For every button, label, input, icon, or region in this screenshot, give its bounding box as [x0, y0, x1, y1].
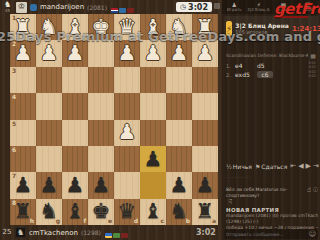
- top-player-rating: (2081): [87, 4, 107, 11]
- chat-input[interactable]: [226, 232, 309, 237]
- square-e3[interactable]: [88, 67, 114, 93]
- black-pawn: ♟: [140, 146, 166, 172]
- bottom-player-bar: 25 ♞ cmTkachenon (1298): [0, 225, 222, 240]
- square-e2[interactable]: [88, 40, 114, 66]
- square-e4[interactable]: [88, 93, 114, 119]
- bottom-player-score: 25: [2, 229, 12, 236]
- black-pawn: ♟: [88, 172, 114, 198]
- top-player-piece-icon: ♞ 45: [2, 1, 13, 13]
- flag-blue-icon: [119, 8, 126, 13]
- square-c4[interactable]: [140, 93, 166, 119]
- square-b3[interactable]: [166, 67, 192, 93]
- square-a6[interactable]: [192, 146, 218, 172]
- black-knight: ♞: [166, 199, 192, 225]
- move-black-2-current[interactable]: c6: [257, 71, 273, 78]
- square-e8[interactable]: e♚: [88, 199, 114, 225]
- black-rook: ♜: [10, 199, 36, 225]
- sportsmanship-question: Вёл ли себя Maratorus по-спортивному?: [226, 187, 305, 199]
- white-pawn: ♟: [166, 40, 192, 66]
- black-king: ♚: [88, 199, 114, 225]
- square-b7[interactable]: ♟: [166, 172, 192, 198]
- square-f2[interactable]: ♟: [62, 40, 88, 66]
- sportsmanship-row: Вёл ли себя Maratorus по-спортивному? ☝ …: [226, 187, 318, 199]
- square-c6[interactable]: ♟: [140, 146, 166, 172]
- square-d4[interactable]: [114, 93, 140, 119]
- nav-last-icon[interactable]: ⇥: [313, 163, 319, 170]
- bottom-player-avatar[interactable]: ♞: [15, 227, 26, 238]
- white-pawn: ♟: [62, 40, 88, 66]
- explorer-board-icon[interactable]: ▦: [310, 52, 316, 59]
- black-bishop: ♝: [62, 199, 88, 225]
- white-pawn: ♟: [114, 40, 140, 66]
- square-g5[interactable]: [36, 120, 62, 146]
- black-pawn: ♟: [192, 172, 218, 198]
- watermark-logo: getFre: [274, 0, 320, 18]
- square-h5[interactable]: 5: [10, 120, 36, 146]
- square-b2[interactable]: ♟: [166, 40, 192, 66]
- top-player-avatar[interactable]: ♔: [16, 2, 27, 13]
- black-knight: ♞: [36, 199, 62, 225]
- square-h3[interactable]: 3: [10, 67, 36, 93]
- top-player-badge-icon: [30, 4, 37, 11]
- bottom-player-rating: (1298): [81, 229, 101, 236]
- board-corner-icon[interactable]: [214, 3, 220, 9]
- square-c7[interactable]: [140, 172, 166, 198]
- move-white-2[interactable]: exd5: [235, 71, 253, 78]
- move-row-1[interactable]: 1. e4 d5 3:01 3:01: [226, 61, 316, 70]
- square-f3[interactable]: [62, 67, 88, 93]
- square-d8[interactable]: d♛: [114, 199, 140, 225]
- square-g8[interactable]: g♞: [36, 199, 62, 225]
- square-a8[interactable]: a♜: [192, 199, 218, 225]
- flag-ua-icon: [105, 233, 112, 238]
- square-d2[interactable]: ♟: [114, 40, 140, 66]
- tab-play[interactable]: ♟ Играть: [222, 0, 247, 14]
- square-b5[interactable]: [166, 120, 192, 146]
- square-d6[interactable]: [114, 146, 140, 172]
- square-h6[interactable]: 6: [10, 146, 36, 172]
- thumb-down-icon[interactable]: ☟: [228, 199, 232, 206]
- flag-nl-icon: [111, 8, 118, 13]
- flag-green-icon: [113, 233, 120, 238]
- top-player-clock: ◷ 3:02: [176, 2, 212, 12]
- square-g4[interactable]: [36, 93, 62, 119]
- black-rook: ♜: [192, 199, 218, 225]
- tab-blitz-arena[interactable]: ⚡ 3|2 Блиц А…: [247, 0, 272, 14]
- bottom-player-clock: 3:02: [196, 228, 216, 237]
- move-row-2[interactable]: 2. exd5 c6 3:02 3:02: [226, 70, 316, 79]
- square-f7[interactable]: ♟: [62, 172, 88, 198]
- square-f4[interactable]: [62, 93, 88, 119]
- move-dots: ··········: [226, 174, 252, 180]
- square-a5[interactable]: [192, 120, 218, 146]
- black-queen: ♛: [114, 199, 140, 225]
- bottom-player-name[interactable]: cmTkachenon: [29, 229, 78, 237]
- square-h8[interactable]: 8h♜: [10, 199, 36, 225]
- opening-row: Scandinavian Defense: Blackburne-Klooste…: [226, 52, 316, 59]
- rank-label-3: 3: [12, 68, 16, 74]
- rank-label-5: 5: [12, 121, 16, 127]
- square-e6[interactable]: [88, 146, 114, 172]
- square-d7[interactable]: [114, 172, 140, 198]
- opening-name: Scandinavian Defense: Blackburne-Klooste…: [226, 53, 308, 58]
- top-player-bar: ♞ 45 ♔ mandarijoen (2081) ◷ 3:02: [0, 0, 222, 14]
- square-a2[interactable]: ♟: [192, 40, 218, 66]
- black-bishop: ♝: [140, 199, 166, 225]
- resign-button[interactable]: ⚑Сдаться: [255, 163, 287, 170]
- square-e5[interactable]: [88, 120, 114, 146]
- thumb-up-icon[interactable]: ☝: [307, 187, 311, 194]
- draw-button[interactable]: ½Ничья: [226, 163, 252, 170]
- square-e7[interactable]: ♟: [88, 172, 114, 198]
- page: ♞ 45 ♔ mandarijoen (2081) ◷ 3:02 1♜♞♝♚♛♝…: [0, 0, 320, 240]
- top-player-score: 45: [5, 9, 10, 13]
- flag-red-icon: [127, 8, 134, 13]
- square-f8[interactable]: f♝: [62, 199, 88, 225]
- white-pawn: ♟: [140, 40, 166, 66]
- square-a7[interactable]: ♟: [192, 172, 218, 198]
- square-a4[interactable]: [192, 93, 218, 119]
- square-d3[interactable]: [114, 67, 140, 93]
- black-pawn: ♟: [62, 172, 88, 198]
- clock-icon: ◷: [180, 3, 186, 11]
- white-pawn: ♟: [10, 40, 36, 66]
- move-black-1[interactable]: d5: [257, 62, 275, 69]
- square-f6[interactable]: [62, 146, 88, 172]
- white-pawn: ♟: [36, 40, 62, 66]
- square-h2[interactable]: 2♟: [10, 40, 36, 66]
- half-point-icon: ½: [226, 163, 232, 170]
- square-b4[interactable]: [166, 93, 192, 119]
- square-g2[interactable]: ♟: [36, 40, 62, 66]
- flag-red-icon: [121, 233, 128, 238]
- square-c5[interactable]: [140, 120, 166, 146]
- square-h7[interactable]: 7♟: [10, 172, 36, 198]
- square-g7[interactable]: ♟: [36, 172, 62, 198]
- top-player-name[interactable]: mandarijoen: [40, 3, 84, 11]
- smiley-icon[interactable]: ☺: [309, 231, 316, 238]
- square-b8[interactable]: b♞: [166, 199, 192, 225]
- square-a3[interactable]: [192, 67, 218, 93]
- white-pawn: ♟: [114, 120, 140, 146]
- black-pawn: ♟: [166, 172, 192, 198]
- move-white-1[interactable]: e4: [235, 62, 253, 69]
- nav-next-icon[interactable]: ▶: [306, 163, 311, 170]
- square-c2[interactable]: ♟: [140, 40, 166, 66]
- square-d5[interactable]: ♟: [114, 120, 140, 146]
- white-pawn: ♟: [192, 40, 218, 66]
- square-c3[interactable]: [140, 67, 166, 93]
- resign-flag-icon: ⚑: [255, 163, 260, 170]
- new-game-panel: НОВАЯ ПАРТИЯ mandarijoen (2081) (0) прот…: [226, 207, 318, 231]
- square-c8[interactable]: c♝: [140, 199, 166, 225]
- square-b6[interactable]: [166, 146, 192, 172]
- info-icon[interactable]: ⓘ: [313, 187, 318, 192]
- bottom-player-flags: [104, 223, 128, 240]
- rank-label-4: 4: [12, 94, 16, 100]
- nav-first-icon[interactable]: ⇤: [290, 163, 296, 170]
- rank-label-6: 6: [12, 147, 16, 153]
- square-g6[interactable]: [36, 146, 62, 172]
- chess-board[interactable]: 1♜♞♝♚♛♝♞♜2♟♟♟♟♟♟♟345♟6♟7♟♟♟♟♟♟8h♜g♞f♝e♚d…: [10, 14, 218, 225]
- watermark-text: 25Days Premium at GetFreeDays.com and ge…: [0, 29, 320, 44]
- square-g3[interactable]: [36, 67, 62, 93]
- black-pawn: ♟: [10, 172, 36, 198]
- nav-prev-icon[interactable]: ◀: [298, 163, 303, 170]
- square-h4[interactable]: 4: [10, 93, 36, 119]
- square-f5[interactable]: [62, 120, 88, 146]
- black-pawn: ♟: [36, 172, 62, 198]
- chat-bar: ☺: [224, 229, 318, 239]
- game-controls: ½Ничья ⚑Сдаться ⇤ ◀ ▶ ⇥ ⇄: [226, 163, 318, 170]
